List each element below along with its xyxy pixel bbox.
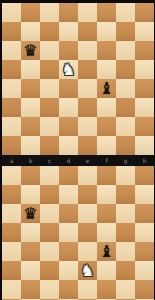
- square-d5[interactable]: ♞: [59, 60, 78, 79]
- square-h7[interactable]: [135, 22, 154, 41]
- square-c3[interactable]: [40, 261, 59, 280]
- square-g6[interactable]: [116, 41, 135, 60]
- square-a1[interactable]: [2, 136, 21, 155]
- square-b6[interactable]: ♛: [21, 204, 40, 223]
- square-c8[interactable]: [40, 3, 59, 22]
- square-c4[interactable]: [40, 242, 59, 261]
- square-e5[interactable]: [78, 60, 97, 79]
- square-h2[interactable]: [135, 280, 154, 299]
- square-c8[interactable]: [40, 166, 59, 185]
- square-g4[interactable]: [116, 242, 135, 261]
- white-knight-d5[interactable]: ♞: [59, 60, 78, 79]
- square-b1[interactable]: [21, 136, 40, 155]
- file-label-d: d: [59, 155, 78, 166]
- square-e8[interactable]: [78, 166, 97, 185]
- square-f7[interactable]: [97, 22, 116, 41]
- square-d8[interactable]: [59, 166, 78, 185]
- square-h3[interactable]: [135, 98, 154, 117]
- file-label-e: e: [78, 155, 97, 166]
- square-c6[interactable]: [40, 204, 59, 223]
- square-h5[interactable]: [135, 223, 154, 242]
- square-b4[interactable]: [21, 79, 40, 98]
- square-a5[interactable]: [2, 223, 21, 242]
- black-bishop-f4[interactable]: ♝: [97, 242, 116, 261]
- square-f1[interactable]: [97, 136, 116, 155]
- square-d6[interactable]: [59, 204, 78, 223]
- square-d2[interactable]: [59, 117, 78, 136]
- square-e4[interactable]: [78, 242, 97, 261]
- square-e1[interactable]: [78, 136, 97, 155]
- square-g3[interactable]: [116, 98, 135, 117]
- file-label-c: c: [40, 155, 59, 166]
- chess-board-bottom[interactable]: ♛♝♞: [2, 166, 154, 300]
- square-e8[interactable]: [78, 3, 97, 22]
- square-e3[interactable]: [78, 98, 97, 117]
- square-a4[interactable]: [2, 242, 21, 261]
- square-a4[interactable]: [2, 79, 21, 98]
- square-c5[interactable]: [40, 60, 59, 79]
- square-e2[interactable]: [78, 117, 97, 136]
- file-label-g: g: [116, 155, 135, 166]
- square-f4[interactable]: ♝: [97, 79, 116, 98]
- square-c4[interactable]: [40, 79, 59, 98]
- chess-board-top[interactable]: ♛♞♝: [2, 3, 154, 155]
- square-e5[interactable]: [78, 223, 97, 242]
- square-c6[interactable]: [40, 41, 59, 60]
- square-e3[interactable]: ♞: [78, 261, 97, 280]
- black-queen-b6[interactable]: ♛: [21, 204, 40, 223]
- square-e4[interactable]: [78, 79, 97, 98]
- square-c3[interactable]: [40, 98, 59, 117]
- square-f2[interactable]: [97, 117, 116, 136]
- square-b7[interactable]: [21, 22, 40, 41]
- square-a8[interactable]: [2, 166, 21, 185]
- file-label-a: a: [2, 155, 21, 166]
- file-label-b: b: [21, 155, 40, 166]
- square-d3[interactable]: [59, 261, 78, 280]
- square-h4[interactable]: [135, 79, 154, 98]
- square-d1[interactable]: [59, 136, 78, 155]
- square-g3[interactable]: [116, 261, 135, 280]
- square-b7[interactable]: [21, 185, 40, 204]
- square-a7[interactable]: [2, 185, 21, 204]
- square-g7[interactable]: [116, 185, 135, 204]
- square-e6[interactable]: [78, 204, 97, 223]
- square-d7[interactable]: [59, 22, 78, 41]
- square-a2[interactable]: [2, 280, 21, 299]
- square-a6[interactable]: [2, 204, 21, 223]
- square-f2[interactable]: [97, 280, 116, 299]
- square-h2[interactable]: [135, 117, 154, 136]
- square-g7[interactable]: [116, 22, 135, 41]
- square-c2[interactable]: [40, 117, 59, 136]
- square-c1[interactable]: [40, 136, 59, 155]
- square-f6[interactable]: [97, 204, 116, 223]
- square-a3[interactable]: [2, 261, 21, 280]
- square-h4[interactable]: [135, 242, 154, 261]
- square-c7[interactable]: [40, 22, 59, 41]
- square-h8[interactable]: [135, 166, 154, 185]
- square-h3[interactable]: [135, 261, 154, 280]
- file-label-f: f: [97, 155, 116, 166]
- square-f7[interactable]: [97, 185, 116, 204]
- square-c7[interactable]: [40, 185, 59, 204]
- square-a8[interactable]: [2, 3, 21, 22]
- white-knight-e3[interactable]: ♞: [78, 261, 97, 280]
- square-e2[interactable]: [78, 280, 97, 299]
- square-g1[interactable]: [116, 136, 135, 155]
- square-a3[interactable]: [2, 98, 21, 117]
- square-g6[interactable]: [116, 204, 135, 223]
- square-b3[interactable]: [21, 261, 40, 280]
- square-g5[interactable]: [116, 223, 135, 242]
- square-a7[interactable]: [2, 22, 21, 41]
- square-b3[interactable]: [21, 98, 40, 117]
- square-g4[interactable]: [116, 79, 135, 98]
- file-label-h: h: [135, 155, 154, 166]
- square-a5[interactable]: [2, 60, 21, 79]
- square-d8[interactable]: [59, 3, 78, 22]
- square-g8[interactable]: [116, 3, 135, 22]
- square-d6[interactable]: [59, 41, 78, 60]
- square-a6[interactable]: [2, 41, 21, 60]
- square-e7[interactable]: [78, 22, 97, 41]
- square-c2[interactable]: [40, 280, 59, 299]
- square-b4[interactable]: [21, 242, 40, 261]
- square-b6[interactable]: ♛: [21, 41, 40, 60]
- square-h5[interactable]: [135, 60, 154, 79]
- square-a2[interactable]: [2, 117, 21, 136]
- square-g5[interactable]: [116, 60, 135, 79]
- square-f8[interactable]: [97, 3, 116, 22]
- square-f5[interactable]: [97, 223, 116, 242]
- square-c5[interactable]: [40, 223, 59, 242]
- square-d7[interactable]: [59, 185, 78, 204]
- square-b2[interactable]: [21, 280, 40, 299]
- square-f5[interactable]: [97, 60, 116, 79]
- square-d5[interactable]: [59, 223, 78, 242]
- square-f8[interactable]: [97, 166, 116, 185]
- square-h6[interactable]: [135, 204, 154, 223]
- square-b5[interactable]: [21, 60, 40, 79]
- square-h6[interactable]: [135, 41, 154, 60]
- square-f3[interactable]: [97, 261, 116, 280]
- square-d2[interactable]: [59, 280, 78, 299]
- square-f3[interactable]: [97, 98, 116, 117]
- square-g2[interactable]: [116, 280, 135, 299]
- square-f6[interactable]: [97, 41, 116, 60]
- square-b8[interactable]: [21, 3, 40, 22]
- square-d4[interactable]: [59, 242, 78, 261]
- square-e6[interactable]: [78, 41, 97, 60]
- square-h7[interactable]: [135, 185, 154, 204]
- square-h8[interactable]: [135, 3, 154, 22]
- square-g8[interactable]: [116, 166, 135, 185]
- black-bishop-f4[interactable]: ♝: [97, 79, 116, 98]
- square-g2[interactable]: [116, 117, 135, 136]
- square-b8[interactable]: [21, 166, 40, 185]
- square-d4[interactable]: [59, 79, 78, 98]
- square-b5[interactable]: [21, 223, 40, 242]
- square-e7[interactable]: [78, 185, 97, 204]
- black-queen-b6[interactable]: ♛: [21, 41, 40, 60]
- file-coordinates-strip: abcdefgh: [2, 155, 154, 166]
- square-b2[interactable]: [21, 117, 40, 136]
- square-f4[interactable]: ♝: [97, 242, 116, 261]
- square-d3[interactable]: [59, 98, 78, 117]
- square-h1[interactable]: [135, 136, 154, 155]
